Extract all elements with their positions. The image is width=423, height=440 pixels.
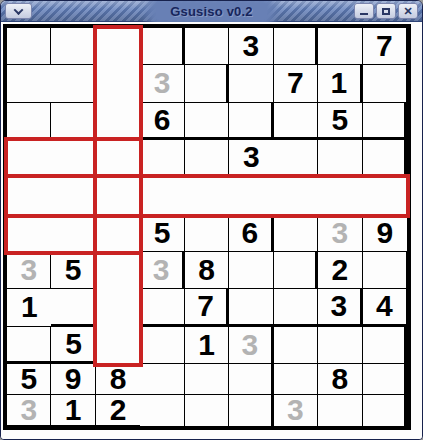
cell-r2c9[interactable] [51, 103, 95, 140]
cell-r5c7[interactable]: 2 [318, 252, 362, 289]
cell-r4c9[interactable]: 9 [363, 215, 407, 252]
cell-r3c7[interactable] [140, 140, 184, 177]
cell-r5c9[interactable]: 1 [7, 289, 51, 326]
highlight-column [93, 25, 143, 367]
cell-r9c4[interactable]: 3 [274, 395, 318, 426]
cell-r3c6[interactable] [363, 103, 407, 140]
cell-r8c8[interactable]: 1 [51, 395, 95, 426]
cell-r7c2[interactable]: 1 [185, 327, 229, 364]
cell-r3c4[interactable] [274, 103, 318, 140]
cell-r5c3[interactable]: 3 [140, 252, 184, 289]
cell-r2c1[interactable] [51, 65, 95, 102]
cell-r9c5[interactable] [318, 395, 362, 426]
cell-r1c1[interactable] [7, 28, 51, 65]
cell-r4c5[interactable] [185, 215, 229, 252]
window-controls: ✕ [354, 3, 418, 19]
cell-r1c3[interactable] [140, 28, 184, 65]
cell-r1c6[interactable] [274, 28, 318, 65]
cell-r7c1[interactable] [140, 327, 184, 364]
cell-r7c9[interactable]: 8 [96, 364, 140, 395]
cell-r9c3[interactable] [229, 395, 273, 426]
cell-r2c8[interactable] [7, 103, 51, 140]
cell-r1c8[interactable]: 7 [363, 28, 407, 65]
cell-r1c7[interactable] [318, 28, 362, 65]
cell-r7c7[interactable]: 5 [7, 364, 51, 395]
sudoku-grid: 37371653563935382173451359883123 [3, 24, 411, 430]
cell-r6c1[interactable] [51, 289, 95, 326]
cell-r9c2[interactable] [185, 395, 229, 426]
cell-r4c3[interactable] [363, 140, 407, 177]
cell-r6c9[interactable]: 5 [51, 327, 95, 364]
cell-r1c2[interactable] [51, 28, 95, 65]
cell-r5c1[interactable]: 3 [7, 252, 51, 289]
cell-r7c8[interactable]: 9 [51, 364, 95, 395]
cell-r3c2[interactable] [185, 103, 229, 140]
cell-r8c4[interactable] [274, 364, 318, 395]
cell-r3c9[interactable]: 3 [229, 140, 273, 177]
cell-r2c6[interactable]: 1 [318, 65, 362, 102]
minimize-button[interactable] [354, 3, 374, 19]
title-bar[interactable]: Gsusiso v0.2 ✕ [1, 1, 422, 22]
cell-r4c4[interactable]: 5 [140, 215, 184, 252]
cell-r8c7[interactable]: 3 [7, 395, 51, 426]
cell-r6c5[interactable] [274, 289, 318, 326]
chevron-down-icon [14, 5, 24, 15]
close-button[interactable]: ✕ [398, 3, 418, 19]
cell-r3c1[interactable]: 6 [140, 103, 184, 140]
cell-r8c5[interactable]: 8 [318, 364, 362, 395]
cell-r7c5[interactable] [318, 327, 362, 364]
maximize-button[interactable] [376, 3, 396, 19]
cell-r5c4[interactable]: 8 [185, 252, 229, 289]
close-icon: ✕ [403, 6, 412, 17]
cell-r5c2[interactable]: 5 [51, 252, 95, 289]
cell-r6c3[interactable]: 7 [185, 289, 229, 326]
cell-r4c6[interactable]: 6 [229, 215, 273, 252]
window-title: Gsusiso v0.2 [156, 3, 267, 20]
cell-r1c9[interactable] [7, 65, 51, 102]
highlight-row [4, 174, 410, 217]
cell-r2c7[interactable] [363, 65, 407, 102]
cell-r3c5[interactable]: 5 [318, 103, 362, 140]
cell-r6c8[interactable] [7, 327, 51, 364]
cell-r9c1[interactable] [140, 395, 184, 426]
cell-r6c7[interactable]: 4 [363, 289, 407, 326]
cell-r2c3[interactable] [185, 65, 229, 102]
cell-r8c1[interactable] [140, 364, 184, 395]
cell-r8c3[interactable] [229, 364, 273, 395]
cell-r8c6[interactable] [363, 364, 407, 395]
app-window: Gsusiso v0.2 ✕ 3737165356393538217345135… [0, 0, 423, 440]
cell-r8c9[interactable]: 2 [96, 395, 140, 426]
cell-r3c3[interactable] [229, 103, 273, 140]
window-menu-button[interactable] [5, 3, 32, 19]
cell-r2c2[interactable]: 3 [140, 65, 184, 102]
highlight-box [4, 137, 143, 255]
cell-r5c8[interactable] [363, 252, 407, 289]
cell-r5c6[interactable] [274, 252, 318, 289]
client-area: 37371653563935382173451359883123 [1, 22, 422, 440]
cell-r6c2[interactable] [140, 289, 184, 326]
cell-r4c7[interactable] [274, 215, 318, 252]
maximize-icon [382, 8, 390, 15]
cell-r4c2[interactable] [318, 140, 362, 177]
cell-r6c6[interactable]: 3 [318, 289, 362, 326]
cell-r8c2[interactable] [185, 364, 229, 395]
cell-r1c4[interactable] [185, 28, 229, 65]
cell-r7c6[interactable] [363, 327, 407, 364]
cell-r7c3[interactable]: 3 [229, 327, 273, 364]
cell-r5c5[interactable] [229, 252, 273, 289]
cell-r4c8[interactable]: 3 [318, 215, 362, 252]
cell-r6c4[interactable] [229, 289, 273, 326]
cell-r2c4[interactable] [229, 65, 273, 102]
minimize-icon [360, 13, 368, 15]
cell-r2c5[interactable]: 7 [274, 65, 318, 102]
cell-r4c1[interactable] [274, 140, 318, 177]
cell-r1c5[interactable]: 3 [229, 28, 273, 65]
cell-r9c6[interactable] [363, 395, 407, 426]
cell-r7c4[interactable] [274, 327, 318, 364]
cell-r3c8[interactable] [185, 140, 229, 177]
